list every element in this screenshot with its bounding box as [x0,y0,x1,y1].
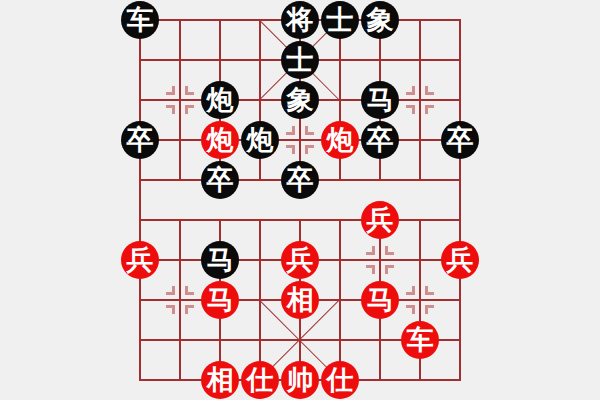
point-marker-arm [366,265,375,274]
piece-black-advisor[interactable]: 士 [321,1,359,39]
point-marker-arm [385,265,394,274]
piece-glyph: 炮 [247,127,274,154]
piece-red-soldier[interactable]: 兵 [121,241,159,279]
piece-glyph: 卒 [287,167,314,194]
piece-red-cannon[interactable]: 炮 [201,121,239,159]
grid-line-vertical [459,19,461,381]
piece-red-soldier[interactable]: 兵 [361,201,399,239]
point-marker-arm [185,105,194,114]
piece-glyph: 仕 [247,367,274,394]
piece-glyph: 马 [207,287,234,314]
point-marker-arm [305,145,314,154]
point-marker-arm [286,126,295,135]
piece-black-soldier[interactable]: 卒 [201,161,239,199]
piece-glyph: 兵 [287,247,314,274]
point-marker-arm [406,105,415,114]
piece-red-elephant[interactable]: 相 [281,281,319,319]
grid-line-vertical [419,19,421,181]
piece-glyph: 卒 [447,127,474,154]
piece-black-advisor[interactable]: 士 [281,41,319,79]
piece-glyph: 马 [207,247,234,274]
piece-glyph: 相 [287,287,314,314]
point-marker-arm [425,105,434,114]
point-marker-arm [166,305,175,314]
xiangqi-screen: 车将士象士炮象马卒炮卒卒卒卒马炮炮兵兵兵兵马相马车相仕帅仕 [0,0,600,400]
xiangqi-board: 车将士象士炮象马卒炮卒卒卒卒马炮炮兵兵兵兵马相马车相仕帅仕 [0,0,600,400]
point-marker-arm [185,305,194,314]
piece-glyph: 炮 [207,87,234,114]
piece-black-cannon[interactable]: 炮 [241,121,279,159]
piece-black-cannon[interactable]: 炮 [201,81,239,119]
piece-red-cannon[interactable]: 炮 [321,121,359,159]
piece-black-soldier[interactable]: 卒 [281,161,319,199]
piece-glyph: 炮 [327,127,354,154]
piece-red-horse[interactable]: 马 [201,281,239,319]
point-marker-arm [185,286,194,295]
point-marker-arm [305,126,314,135]
point-marker-arm [406,86,415,95]
piece-glyph: 兵 [127,247,154,274]
point-marker-arm [385,246,394,255]
point-marker-arm [366,246,375,255]
piece-glyph: 马 [367,87,394,114]
piece-red-chariot[interactable]: 车 [401,321,439,359]
piece-glyph: 象 [287,87,314,114]
point-marker-arm [406,286,415,295]
piece-black-soldier[interactable]: 卒 [361,121,399,159]
piece-red-elephant[interactable]: 相 [201,361,239,399]
piece-glyph: 马 [367,287,394,314]
piece-black-horse[interactable]: 马 [201,241,239,279]
piece-glyph: 象 [367,7,394,34]
point-marker-arm [166,86,175,95]
point-marker-arm [286,145,295,154]
piece-red-general[interactable]: 帅 [281,361,319,399]
piece-glyph: 卒 [207,167,234,194]
piece-glyph: 仕 [327,367,354,394]
piece-red-advisor[interactable]: 仕 [321,361,359,399]
piece-black-chariot[interactable]: 车 [121,1,159,39]
point-marker-arm [406,305,415,314]
grid-line-vertical [179,19,181,181]
piece-glyph: 相 [207,367,234,394]
piece-glyph: 炮 [207,127,234,154]
piece-black-horse[interactable]: 马 [361,81,399,119]
piece-glyph: 卒 [367,127,394,154]
point-marker-arm [166,286,175,295]
point-marker-arm [425,286,434,295]
piece-red-soldier[interactable]: 兵 [441,241,479,279]
piece-red-advisor[interactable]: 仕 [241,361,279,399]
piece-black-elephant[interactable]: 象 [281,81,319,119]
piece-black-general[interactable]: 将 [281,1,319,39]
piece-glyph: 兵 [367,207,394,234]
piece-glyph: 帅 [287,367,314,394]
point-marker-arm [425,305,434,314]
piece-black-elephant[interactable]: 象 [361,1,399,39]
piece-black-soldier[interactable]: 卒 [121,121,159,159]
piece-glyph: 兵 [447,247,474,274]
piece-red-soldier[interactable]: 兵 [281,241,319,279]
piece-glyph: 士 [327,7,354,34]
piece-glyph: 卒 [127,127,154,154]
point-marker-arm [185,86,194,95]
piece-black-soldier[interactable]: 卒 [441,121,479,159]
point-marker-arm [425,86,434,95]
piece-red-horse[interactable]: 马 [361,281,399,319]
piece-glyph: 将 [287,7,314,34]
point-marker-arm [166,105,175,114]
grid-line-vertical [139,19,141,381]
piece-glyph: 士 [287,47,314,74]
piece-glyph: 车 [127,7,154,34]
grid-line-vertical [179,219,181,381]
piece-glyph: 车 [407,327,434,354]
